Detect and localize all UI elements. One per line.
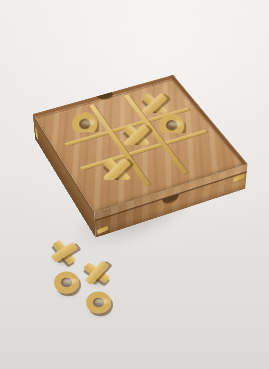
o-shape [159,114,185,138]
o-shape [54,272,79,294]
tic-tac-toe-board [63,93,212,188]
piece-x[interactable] [82,259,115,285]
piece-o[interactable] [86,292,116,314]
piece-x[interactable] [103,157,131,183]
loose-piece-slot[interactable] [82,257,115,290]
x-shape [82,259,111,285]
piece-o[interactable] [72,112,98,136]
piece-x[interactable] [123,124,150,149]
game-box [35,99,245,238]
piece-o[interactable] [54,272,84,294]
x-shape [123,124,150,149]
piece-o[interactable] [159,114,185,138]
product-photo-scene [0,0,269,369]
loose-piece-slot[interactable] [54,270,84,300]
back-thumb-notch [96,92,115,101]
o-shape [86,292,111,314]
brass-joint-left [97,225,109,234]
x-shape [50,238,79,265]
loose-piece-slot[interactable] [86,290,116,320]
perspective-space [58,84,216,242]
loose-piece-slot[interactable] [49,237,83,271]
piece-x[interactable] [142,92,168,116]
brass-joint-side [35,127,37,140]
x-shape [142,92,168,116]
piece-x[interactable] [50,238,83,265]
o-shape [72,112,98,136]
x-shape [103,157,131,183]
